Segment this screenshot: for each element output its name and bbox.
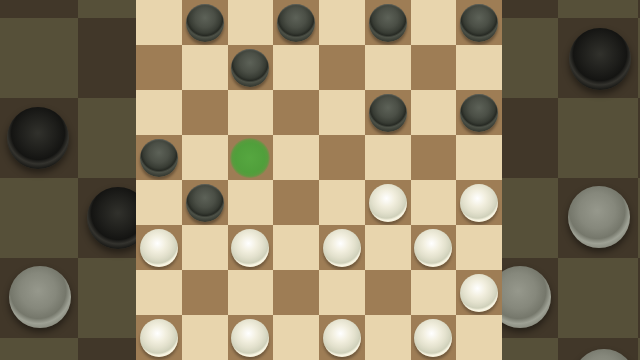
square-b2[interactable] <box>182 270 228 315</box>
light-man-h2[interactable] <box>460 274 498 312</box>
square-f1 <box>365 315 411 360</box>
square-g1[interactable] <box>411 315 457 360</box>
square-c5[interactable] <box>228 135 274 180</box>
square-f3 <box>365 225 411 270</box>
dark-man-b4[interactable] <box>186 184 224 222</box>
square-b1 <box>182 315 228 360</box>
square-c8 <box>228 0 274 45</box>
background-dark-piece <box>569 28 631 90</box>
square-h1 <box>456 315 502 360</box>
square-e4 <box>319 180 365 225</box>
square-e6 <box>319 90 365 135</box>
light-man-g3[interactable] <box>414 229 452 267</box>
square-g3[interactable] <box>411 225 457 270</box>
background-square <box>558 98 638 178</box>
dark-man-b8[interactable] <box>186 4 224 42</box>
square-c4 <box>228 180 274 225</box>
square-f8[interactable] <box>365 0 411 45</box>
square-f7 <box>365 45 411 90</box>
square-f6[interactable] <box>365 90 411 135</box>
square-d5 <box>273 135 319 180</box>
square-b7 <box>182 45 228 90</box>
square-b5 <box>182 135 228 180</box>
square-a1[interactable] <box>136 315 182 360</box>
light-man-e1[interactable] <box>323 319 361 357</box>
square-e2 <box>319 270 365 315</box>
background-light-piece <box>9 266 71 328</box>
square-d1 <box>273 315 319 360</box>
square-e3[interactable] <box>319 225 365 270</box>
square-f2[interactable] <box>365 270 411 315</box>
square-a6 <box>136 90 182 135</box>
square-c3[interactable] <box>228 225 274 270</box>
square-a4 <box>136 180 182 225</box>
dark-man-f8[interactable] <box>369 4 407 42</box>
background-square <box>558 258 638 338</box>
game-screen <box>0 0 640 360</box>
background-square <box>558 0 638 18</box>
square-a5[interactable] <box>136 135 182 180</box>
checkers-board <box>136 0 502 360</box>
square-c2 <box>228 270 274 315</box>
background-dark-piece <box>7 107 69 169</box>
square-d8[interactable] <box>273 0 319 45</box>
square-f4[interactable] <box>365 180 411 225</box>
square-h6[interactable] <box>456 90 502 135</box>
dark-man-c7[interactable] <box>231 49 269 87</box>
square-a8 <box>136 0 182 45</box>
square-d6[interactable] <box>273 90 319 135</box>
square-h2[interactable] <box>456 270 502 315</box>
square-b4[interactable] <box>182 180 228 225</box>
square-g4 <box>411 180 457 225</box>
light-man-a3[interactable] <box>140 229 178 267</box>
square-a7[interactable] <box>136 45 182 90</box>
light-man-e3[interactable] <box>323 229 361 267</box>
light-man-c1[interactable] <box>231 319 269 357</box>
square-h5 <box>456 135 502 180</box>
square-d7 <box>273 45 319 90</box>
square-d4[interactable] <box>273 180 319 225</box>
square-c6 <box>228 90 274 135</box>
square-g5[interactable] <box>411 135 457 180</box>
square-h8[interactable] <box>456 0 502 45</box>
square-d2[interactable] <box>273 270 319 315</box>
square-b6[interactable] <box>182 90 228 135</box>
square-a2 <box>136 270 182 315</box>
background-light-piece <box>568 186 630 248</box>
square-g7[interactable] <box>411 45 457 90</box>
square-e8 <box>319 0 365 45</box>
dark-man-f6[interactable] <box>369 94 407 132</box>
square-b8[interactable] <box>182 0 228 45</box>
background-square <box>0 338 78 360</box>
dark-man-d8[interactable] <box>277 4 315 42</box>
square-d3 <box>273 225 319 270</box>
background-square <box>0 18 78 98</box>
dark-man-h6[interactable] <box>460 94 498 132</box>
dark-man-h8[interactable] <box>460 4 498 42</box>
square-f5 <box>365 135 411 180</box>
square-c7[interactable] <box>228 45 274 90</box>
square-h7 <box>456 45 502 90</box>
square-e1[interactable] <box>319 315 365 360</box>
light-man-c3[interactable] <box>231 229 269 267</box>
move-target-highlight-c5[interactable] <box>230 138 270 178</box>
background-square <box>0 178 78 258</box>
square-g2 <box>411 270 457 315</box>
light-man-g1[interactable] <box>414 319 452 357</box>
square-a3[interactable] <box>136 225 182 270</box>
light-man-a1[interactable] <box>140 319 178 357</box>
square-c1[interactable] <box>228 315 274 360</box>
square-g8 <box>411 0 457 45</box>
square-b3 <box>182 225 228 270</box>
square-h4[interactable] <box>456 180 502 225</box>
light-man-f4[interactable] <box>369 184 407 222</box>
square-g6 <box>411 90 457 135</box>
square-e5[interactable] <box>319 135 365 180</box>
light-man-h4[interactable] <box>460 184 498 222</box>
background-square <box>0 0 78 18</box>
square-e7[interactable] <box>319 45 365 90</box>
dark-man-a5[interactable] <box>140 139 178 177</box>
square-h3 <box>456 225 502 270</box>
